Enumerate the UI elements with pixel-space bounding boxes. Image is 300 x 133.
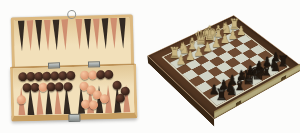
backgammon-point-pink (92, 18, 101, 49)
backgammon-lid (11, 14, 134, 69)
hinge-icon (236, 100, 241, 106)
backgammon-case (9, 10, 138, 117)
backgammon-point-dark (101, 18, 110, 49)
backgammon-base (10, 63, 137, 121)
backgammon-point-dark (35, 20, 44, 51)
backgammon-checker-pink (89, 101, 98, 110)
hinge-icon (281, 75, 286, 81)
backgammon-checker-dark (55, 83, 64, 92)
backgammon-checker-pink (100, 94, 109, 103)
backgammon-point-dark (52, 19, 61, 50)
backgammon-checker-dark (105, 70, 114, 79)
hinge-icon (88, 61, 100, 67)
backgammon-point-pink (43, 20, 52, 51)
chess-set: ♜♞♝♛♚♝♞♜♟♟♟♟♟♟♟♟♟♟♟♟♟♟♟♟♜♞♝♛♚♝♞♜ (140, 0, 300, 133)
backgammon-point-pink (26, 20, 35, 51)
backgammon-point-pink (75, 19, 84, 50)
chess-board-wrap: ♜♞♝♛♚♝♞♜♟♟♟♟♟♟♟♟♟♟♟♟♟♟♟♟♜♞♝♛♚♝♞♜ (147, 15, 300, 119)
chess-square (189, 76, 205, 87)
backgammon-checker-pink (17, 95, 26, 104)
backgammon-point-dark (119, 18, 128, 49)
backgammon-checker-dark (116, 94, 125, 103)
product-photo: ♜♞♝♛♚♝♞♜♟♟♟♟♟♟♟♟♟♟♟♟♟♟♟♟♜♞♝♛♚♝♞♜ (0, 0, 300, 133)
hinge-icon (48, 62, 60, 68)
base-interior (13, 65, 134, 115)
chess-board: ♜♞♝♛♚♝♞♜♟♟♟♟♟♟♟♟♟♟♟♟♟♟♟♟♜♞♝♛♚♝♞♜ (147, 15, 300, 119)
backgammon-checker-dark (63, 82, 72, 91)
lid-points (17, 18, 128, 52)
backgammon-point-dark (17, 20, 26, 51)
clasp-icon (68, 114, 80, 122)
checkers-tray (16, 67, 131, 115)
lid-interior (14, 17, 131, 67)
chess-piece-black-rook: ♜ (277, 54, 289, 69)
backgammon-point-dark (84, 19, 93, 50)
backgammon-checker-dark (66, 71, 75, 80)
backgammon-point-pink (61, 19, 70, 50)
backgammon-point-pink (110, 18, 119, 49)
chess-square: ♟ (179, 54, 194, 64)
